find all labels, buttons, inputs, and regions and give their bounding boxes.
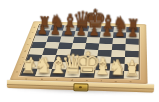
rank-label-8: 8 <box>33 26 35 28</box>
rank-label-5: 5 <box>26 44 29 46</box>
file-label-f: f <box>101 79 102 81</box>
black-pawn-g7: ♟ <box>114 26 125 38</box>
black-pawn-b7: ♟ <box>49 24 60 36</box>
square-h7: ♟ <box>126 33 139 39</box>
square-g1: ♞ <box>109 71 124 79</box>
file-label-d: d <box>71 79 73 81</box>
file-label-a: a <box>26 77 29 79</box>
chess-set-photo: ♜♞♝♛♚♝♞♜♟♟♟♟♟♟♟♟♟♟♟♟♟♟♟♟♜♞♝♛♚♝♞♜ abcdefg… <box>0 0 159 102</box>
file-label-g: g <box>115 80 117 82</box>
file-label-h: h <box>130 80 132 82</box>
rank-label-4: 4 <box>24 50 27 52</box>
square-b7: ♟ <box>48 30 63 36</box>
black-pawn-c7: ♟ <box>62 24 73 36</box>
square-h1: ♜ <box>124 71 139 79</box>
rank-label-7: 7 <box>31 32 33 34</box>
square-d7: ♟ <box>74 31 88 37</box>
white-rook-h1: ♜ <box>123 61 139 79</box>
black-pawn-f7: ♟ <box>101 25 112 37</box>
board-frame: ♜♞♝♛♚♝♞♜♟♟♟♟♟♟♟♟♟♟♟♟♟♟♟♟♜♞♝♛♚♝♞♜ abcdefg… <box>10 21 148 84</box>
black-pawn-e7: ♟ <box>88 25 99 37</box>
square-f7: ♟ <box>100 32 113 38</box>
square-c7: ♟ <box>61 31 75 37</box>
black-pawn-a7: ♟ <box>36 24 47 36</box>
file-label-b: b <box>41 78 44 80</box>
rank-label-1: 1 <box>16 71 19 73</box>
file-label-c: c <box>56 78 58 80</box>
file-label-e: e <box>86 79 88 81</box>
product-photo: ♜♞♝♛♚♝♞♜♟♟♟♟♟♟♟♟♟♟♟♟♟♟♟♟♜♞♝♛♚♝♞♜ abcdefg… <box>0 0 159 102</box>
square-e7: ♟ <box>87 31 101 37</box>
black-pawn-h7: ♟ <box>127 26 138 38</box>
board-grid: ♜♞♝♛♚♝♞♜♟♟♟♟♟♟♟♟♟♟♟♟♟♟♟♟♜♞♝♛♚♝♞♜ <box>20 25 138 79</box>
rank-label-6: 6 <box>29 38 31 40</box>
black-pawn-d7: ♟ <box>75 25 86 37</box>
board-perspective-wrap: ♜♞♝♛♚♝♞♜♟♟♟♟♟♟♟♟♟♟♟♟♟♟♟♟♜♞♝♛♚♝♞♜ abcdefg… <box>10 0 152 84</box>
square-g7: ♟ <box>113 32 126 38</box>
